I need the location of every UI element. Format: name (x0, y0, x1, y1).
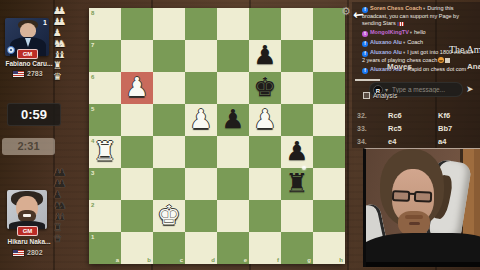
square-d2[interactable] (185, 200, 217, 232)
captured-piece-group: ♝♝ (53, 211, 71, 222)
file-label: g (307, 257, 311, 263)
square-d4[interactable] (185, 136, 217, 168)
analysis-row: Analysis (363, 92, 397, 99)
square-a1[interactable]: 1a (89, 232, 121, 264)
rank-label: 1 (91, 234, 94, 240)
avatar-face (20, 23, 36, 38)
twitch-icon: t (362, 31, 368, 37)
white-rook-a4[interactable]: ♜ (89, 136, 121, 168)
square-a4[interactable]: 4♜ (89, 136, 121, 168)
square-c7[interactable] (153, 40, 185, 72)
square-a6[interactable]: 6 (89, 72, 121, 104)
chat-text: hello (414, 29, 426, 35)
square-e1[interactable]: e (217, 232, 249, 264)
square-d1[interactable]: d (185, 232, 217, 264)
chat-text: Rapid on chess dot com (407, 66, 466, 72)
square-d8[interactable] (185, 8, 217, 40)
square-f5[interactable]: ♟ (249, 104, 281, 136)
white-pawn-f5[interactable]: ♟ (249, 104, 281, 136)
tab-moves[interactable]: Moves (387, 62, 412, 71)
captured-piece-group: ♞♞ (53, 200, 71, 211)
webcam (363, 148, 480, 267)
square-d7[interactable] (185, 40, 217, 72)
tab-indicator (355, 79, 380, 81)
captured-bottom: ♟♟♟♟♟♞♞♝♝♜♛ (53, 167, 71, 244)
chat-username[interactable]: Aluxano Alu (370, 49, 402, 55)
smile-emoji-icon (438, 57, 444, 63)
captured-piece-group: ♝♝ (53, 49, 71, 60)
black-pawn-g4[interactable]: ♟ (281, 136, 313, 168)
rank-label: 8 (91, 10, 94, 16)
chat-username[interactable]: MongolKingTV (370, 29, 409, 35)
square-c2[interactable]: ♚ (153, 200, 185, 232)
square-b8[interactable] (121, 8, 153, 40)
square-b3[interactable] (121, 168, 153, 200)
player-rating-top: 2783 (27, 70, 43, 77)
player-name-top: Fabiano Caru... (0, 60, 61, 67)
captured-piece-group: ♟♟ (53, 167, 71, 178)
square-h1[interactable]: h (313, 232, 345, 264)
move-row: 32.Rc6Kf6 (355, 109, 477, 122)
chat-input[interactable] (390, 85, 459, 94)
square-e7[interactable] (217, 40, 249, 72)
square-b4[interactable] (121, 136, 153, 168)
chevron-down-icon: ▾ (403, 40, 405, 45)
square-c4[interactable] (153, 136, 185, 168)
white-move[interactable]: Rc6 (388, 109, 402, 122)
chat-username[interactable]: Soren Chess Coach (370, 5, 422, 11)
square-e6[interactable] (217, 72, 249, 104)
streamer-mustache (405, 215, 423, 219)
square-c3[interactable] (153, 168, 185, 200)
black-move[interactable]: Kf6 (438, 109, 450, 122)
cursor-dot (302, 166, 306, 170)
rating-row-top: 2783 (13, 70, 43, 77)
move-list: 32.Rc6Kf633.Rc5Bb734.e4a4 (355, 109, 477, 148)
square-h4[interactable] (313, 136, 345, 168)
player-name-bottom: Hikaru Naka... (0, 238, 61, 245)
square-c1[interactable]: c (153, 232, 185, 264)
facebook-icon: f (362, 41, 368, 47)
square-c8[interactable] (153, 8, 185, 40)
square-a7[interactable]: 7 (89, 40, 121, 72)
analysis-checkbox[interactable] (363, 92, 370, 99)
square-a2[interactable]: 2 (89, 200, 121, 232)
white-move[interactable]: Rc5 (388, 122, 402, 135)
white-move[interactable]: e4 (388, 135, 396, 148)
white-king-c2[interactable]: ♚ (153, 200, 185, 232)
square-b2[interactable] (121, 200, 153, 232)
file-label: e (244, 257, 247, 263)
avatar-smile (23, 214, 31, 217)
file-label: b (147, 257, 151, 263)
glasses-lens-left (392, 190, 410, 202)
rating-row-bottom: 2802 (13, 249, 43, 256)
flag-chip-icon (397, 22, 404, 26)
us-flag-icon (13, 71, 24, 77)
captured-piece-group: ♟♟ (53, 5, 71, 16)
square-d5[interactable]: ♟ (185, 104, 217, 136)
send-icon[interactable]: ➤ (466, 84, 474, 94)
square-e3[interactable] (217, 168, 249, 200)
rank-label: 5 (91, 106, 94, 112)
square-f2[interactable] (249, 200, 281, 232)
captured-piece-group: ♛ (53, 71, 71, 82)
us-flag-icon (13, 250, 24, 256)
file-label: h (339, 257, 343, 263)
chevron-down-icon: ▾ (410, 30, 412, 35)
webcam-bottom-bar (366, 262, 480, 267)
captured-piece-group: ♜ (53, 60, 71, 71)
glasses-lens-right (414, 191, 432, 203)
black-move[interactable]: Bb7 (438, 122, 452, 135)
square-b6[interactable]: ♟ (121, 72, 153, 104)
square-d6[interactable] (185, 72, 217, 104)
facebook-icon: f (362, 68, 368, 74)
square-a3[interactable]: 3 (89, 168, 121, 200)
square-b5[interactable] (121, 104, 153, 136)
square-d3[interactable] (185, 168, 217, 200)
captured-piece-group: ♟ (53, 27, 71, 38)
black-rook-g3[interactable]: ♜ (281, 168, 313, 200)
file-label: a (116, 257, 119, 263)
square-f8[interactable] (249, 8, 281, 40)
move-row: 34.e4a4 (355, 135, 477, 148)
move-number: 34. (357, 135, 367, 148)
square-f4[interactable] (249, 136, 281, 168)
move-number: 33. (357, 122, 367, 135)
square-h2[interactable] (313, 200, 345, 232)
black-pawn-f7[interactable]: ♟ (249, 40, 281, 72)
square-h7[interactable] (313, 40, 345, 72)
streamer-mouth (409, 222, 420, 225)
square-g3[interactable]: ♜ (281, 168, 313, 200)
captured-piece-group: ♟♟ (53, 16, 71, 27)
square-c5[interactable] (153, 104, 185, 136)
black-pawn-e5[interactable]: ♟ (217, 104, 249, 136)
chat-message: fSoren Chess Coach▾During this broadcast… (362, 5, 477, 27)
square-g4[interactable]: ♟ (281, 136, 313, 168)
square-g2[interactable] (281, 200, 313, 232)
square-f3[interactable] (249, 168, 281, 200)
square-a5[interactable]: 5 (89, 104, 121, 136)
square-g6[interactable] (281, 72, 313, 104)
rank-label: 7 (91, 42, 94, 48)
avatar-nakamura (7, 190, 47, 229)
square-g7[interactable] (281, 40, 313, 72)
move-row: 33.Rc5Bb7 (355, 122, 477, 135)
captured-top: ♟♟♟♟♟♞♞♝♝♜♛ (53, 5, 71, 82)
clock-bottom: 2:31 (2, 138, 55, 155)
black-move[interactable]: a4 (438, 135, 446, 148)
screen: 1 GM Fabiano Caru... 2783 0:59 ♟♟♟♟♟♞♞♝♝… (0, 0, 480, 270)
player-rating-bottom: 2802 (27, 249, 43, 256)
emoji-box-icon (445, 58, 450, 63)
streamer-glasses (392, 190, 438, 205)
square-e8[interactable] (217, 8, 249, 40)
headline-fragment: The Am (449, 44, 480, 55)
title-badge-top: GM (17, 49, 38, 59)
rank-label: 2 (91, 202, 94, 208)
square-g8[interactable] (281, 8, 313, 40)
captured-piece-group: ♜ (53, 222, 71, 233)
clock-top: 0:59 (7, 103, 61, 126)
square-h3[interactable] (313, 168, 345, 200)
chess-board[interactable]: 87♟6♟♚5♟♟♟4♜♟3♜2♚1abcdefgh (89, 8, 345, 264)
rank-label: 3 (91, 170, 94, 176)
title-badge-bottom: GM (17, 226, 38, 236)
black-king-f6[interactable]: ♚ (249, 72, 281, 104)
square-h5[interactable] (313, 104, 345, 136)
chat-message: tMongolKingTV▾hello (362, 29, 477, 37)
square-e2[interactable] (217, 200, 249, 232)
settings-gear-icon[interactable]: ⚙ (341, 5, 351, 18)
file-label: d (211, 257, 215, 263)
square-f1[interactable]: f (249, 232, 281, 264)
avatar-logo-badge (7, 46, 15, 54)
square-h6[interactable] (313, 72, 345, 104)
file-label: c (180, 257, 183, 263)
square-f7[interactable]: ♟ (249, 40, 281, 72)
file-label: f (277, 257, 279, 263)
square-b7[interactable] (121, 40, 153, 72)
chat-messages: fSoren Chess Coach▾During this broadcast… (362, 5, 477, 76)
avatar-corner-mark: 1 (43, 19, 47, 26)
analysis-label: Analysis (373, 92, 397, 99)
chat-message: fAluxano Alu▾Rapid on chess dot com (362, 66, 477, 74)
white-pawn-d5[interactable]: ♟ (185, 104, 217, 136)
square-f6[interactable]: ♚ (249, 72, 281, 104)
chat-username[interactable]: Aluxano Alu (370, 39, 402, 45)
chat-text: Coach (407, 39, 423, 45)
square-g1[interactable]: g (281, 232, 313, 264)
captured-piece-group: ♟ (53, 189, 71, 200)
chevron-down-icon: ▾ (423, 6, 425, 11)
captured-piece-group: ♟♟ (53, 178, 71, 189)
square-g5[interactable] (281, 104, 313, 136)
chevron-down-icon: ▾ (403, 50, 405, 55)
square-e4[interactable] (217, 136, 249, 168)
square-b1[interactable]: b (121, 232, 153, 264)
rank-label: 6 (91, 74, 94, 80)
move-number: 32. (357, 109, 367, 122)
square-e5[interactable]: ♟ (217, 104, 249, 136)
square-c6[interactable] (153, 72, 185, 104)
white-pawn-b6[interactable]: ♟ (121, 72, 153, 104)
square-a8[interactable]: 8 (89, 8, 121, 40)
tab-analysis[interactable]: Analysis (467, 62, 480, 71)
captured-piece-group: ♞♞ (53, 38, 71, 49)
